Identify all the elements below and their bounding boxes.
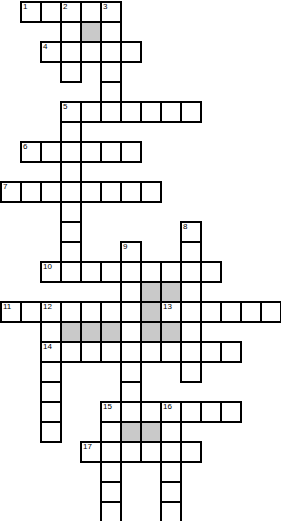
answer-cell[interactable] xyxy=(180,241,202,263)
blocked-cell xyxy=(60,321,82,343)
answer-cell[interactable] xyxy=(40,321,62,343)
answer-cell[interactable] xyxy=(120,441,142,463)
answer-cell[interactable] xyxy=(160,261,182,283)
answer-cell[interactable] xyxy=(100,421,122,443)
answer-cell[interactable] xyxy=(180,341,202,363)
answer-cell[interactable] xyxy=(160,481,182,503)
answer-cell[interactable] xyxy=(60,21,82,43)
answer-cell[interactable] xyxy=(0,301,22,323)
answer-cell[interactable] xyxy=(60,221,82,243)
answer-cell[interactable] xyxy=(100,401,122,423)
answer-cell[interactable] xyxy=(160,401,182,423)
answer-cell[interactable] xyxy=(120,301,142,323)
answer-cell[interactable] xyxy=(120,401,142,423)
answer-cell[interactable] xyxy=(160,421,182,443)
answer-cell[interactable] xyxy=(100,141,122,163)
blocked-cell xyxy=(100,321,122,343)
answer-cell[interactable] xyxy=(160,441,182,463)
blocked-cell xyxy=(120,421,142,443)
answer-cell[interactable] xyxy=(60,121,82,143)
answer-cell[interactable] xyxy=(160,101,182,123)
blocked-cell xyxy=(160,321,182,343)
answer-cell[interactable] xyxy=(180,101,202,123)
answer-cell[interactable] xyxy=(60,201,82,223)
answer-cell[interactable] xyxy=(120,341,142,363)
answer-cell[interactable] xyxy=(80,141,102,163)
answer-cell[interactable] xyxy=(120,361,142,383)
answer-cell[interactable] xyxy=(140,441,162,463)
answer-cell[interactable] xyxy=(240,301,262,323)
answer-cell[interactable] xyxy=(20,141,42,163)
answer-cell[interactable] xyxy=(100,501,122,521)
answer-cell[interactable] xyxy=(180,261,202,283)
answer-cell[interactable] xyxy=(140,261,162,283)
answer-cell[interactable] xyxy=(60,41,82,63)
answer-cell[interactable] xyxy=(40,1,62,23)
answer-cell[interactable] xyxy=(100,41,122,63)
answer-cell[interactable] xyxy=(160,301,182,323)
answer-cell[interactable] xyxy=(60,101,82,123)
blocked-cell xyxy=(80,21,102,43)
answer-cell[interactable] xyxy=(160,461,182,483)
blocked-cell xyxy=(140,301,162,323)
answer-cell[interactable] xyxy=(80,101,102,123)
answer-cell[interactable] xyxy=(80,261,102,283)
answer-cell[interactable] xyxy=(80,41,102,63)
answer-cell[interactable] xyxy=(100,481,122,503)
answer-cell[interactable] xyxy=(120,141,142,163)
answer-cell[interactable] xyxy=(40,381,62,403)
answer-cell[interactable] xyxy=(120,281,142,303)
answer-cell[interactable] xyxy=(40,401,62,423)
answer-cell[interactable] xyxy=(20,1,42,23)
answer-cell[interactable] xyxy=(180,301,202,323)
answer-cell[interactable] xyxy=(180,321,202,343)
answer-cell[interactable] xyxy=(20,301,42,323)
answer-cell[interactable] xyxy=(180,441,202,463)
answer-cell[interactable] xyxy=(100,181,122,203)
answer-cell[interactable] xyxy=(120,181,142,203)
answer-cell[interactable] xyxy=(120,321,142,343)
answer-cell[interactable] xyxy=(80,181,102,203)
answer-cell[interactable] xyxy=(100,1,122,23)
blocked-cell xyxy=(140,421,162,443)
blocked-cell xyxy=(140,281,162,303)
answer-cell[interactable] xyxy=(140,341,162,363)
answer-cell[interactable] xyxy=(80,441,102,463)
answer-cell[interactable] xyxy=(140,101,162,123)
blocked-cell xyxy=(140,321,162,343)
answer-cell[interactable] xyxy=(60,61,82,83)
answer-cell[interactable] xyxy=(160,341,182,363)
answer-cell[interactable] xyxy=(120,261,142,283)
answer-cell[interactable] xyxy=(40,301,62,323)
answer-cell[interactable] xyxy=(140,401,162,423)
answer-cell[interactable] xyxy=(0,181,22,203)
answer-cell[interactable] xyxy=(40,141,62,163)
answer-cell[interactable] xyxy=(180,281,202,303)
answer-cell[interactable] xyxy=(100,101,122,123)
answer-cell[interactable] xyxy=(200,301,222,323)
answer-cell[interactable] xyxy=(80,301,102,323)
answer-cell[interactable] xyxy=(160,501,182,521)
answer-cell[interactable] xyxy=(120,41,142,63)
answer-cell[interactable] xyxy=(60,341,82,363)
answer-cell[interactable] xyxy=(60,261,82,283)
answer-cell[interactable] xyxy=(100,21,122,43)
answer-cell[interactable] xyxy=(80,1,102,23)
answer-cell[interactable] xyxy=(200,341,222,363)
answer-cell[interactable] xyxy=(220,401,242,423)
answer-cell[interactable] xyxy=(60,181,82,203)
answer-cell[interactable] xyxy=(100,301,122,323)
answer-cell[interactable] xyxy=(40,41,62,63)
answer-cell[interactable] xyxy=(60,161,82,183)
blocked-cell xyxy=(80,321,102,343)
answer-cell[interactable] xyxy=(200,401,222,423)
answer-cell[interactable] xyxy=(40,261,62,283)
answer-cell[interactable] xyxy=(140,181,162,203)
answer-cell[interactable] xyxy=(200,261,222,283)
answer-cell[interactable] xyxy=(60,141,82,163)
answer-cell[interactable] xyxy=(60,301,82,323)
answer-cell[interactable] xyxy=(100,261,122,283)
answer-cell[interactable] xyxy=(80,341,102,363)
answer-cell[interactable] xyxy=(260,301,281,323)
answer-cell[interactable] xyxy=(60,241,82,263)
answer-cell[interactable] xyxy=(40,421,62,443)
answer-cell[interactable] xyxy=(100,81,122,103)
answer-cell[interactable] xyxy=(120,241,142,263)
answer-cell[interactable] xyxy=(40,341,62,363)
answer-cell[interactable] xyxy=(60,1,82,23)
answer-cell[interactable] xyxy=(220,301,242,323)
answer-cell[interactable] xyxy=(120,101,142,123)
answer-cell[interactable] xyxy=(180,221,202,243)
answer-cell[interactable] xyxy=(100,441,122,463)
answer-cell[interactable] xyxy=(100,341,122,363)
answer-cell[interactable] xyxy=(100,61,122,83)
answer-cell[interactable] xyxy=(40,181,62,203)
answer-cell[interactable] xyxy=(180,361,202,383)
answer-cell[interactable] xyxy=(180,401,202,423)
answer-cell[interactable] xyxy=(40,361,62,383)
answer-cell[interactable] xyxy=(120,381,142,403)
answer-cell[interactable] xyxy=(100,461,122,483)
answer-cell[interactable] xyxy=(220,341,242,363)
answer-cell[interactable] xyxy=(20,181,42,203)
crossword-grid: 1234567891011121314151617 xyxy=(1,2,281,521)
blocked-cell xyxy=(160,281,182,303)
